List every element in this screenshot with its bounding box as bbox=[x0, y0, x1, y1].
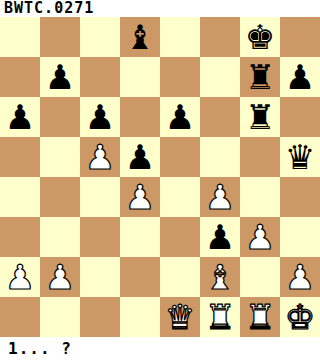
square-c5[interactable]: ♟ bbox=[80, 137, 120, 177]
square-g6[interactable]: ♜ bbox=[240, 97, 280, 137]
square-c8[interactable] bbox=[80, 17, 120, 57]
white-pawn-icon: ♟ bbox=[125, 180, 155, 214]
square-h7[interactable]: ♟ bbox=[280, 57, 320, 97]
white-pawn-icon: ♟ bbox=[205, 180, 235, 214]
square-c6[interactable]: ♟ bbox=[80, 97, 120, 137]
white-rook-icon: ♜ bbox=[245, 300, 275, 334]
square-d6[interactable] bbox=[120, 97, 160, 137]
square-c1[interactable] bbox=[80, 297, 120, 337]
white-queen-icon: ♛ bbox=[165, 300, 195, 334]
black-pawn-icon: ♟ bbox=[165, 100, 195, 134]
square-b4[interactable] bbox=[40, 177, 80, 217]
white-pawn-icon: ♟ bbox=[245, 220, 275, 254]
square-g5[interactable] bbox=[240, 137, 280, 177]
square-a5[interactable] bbox=[0, 137, 40, 177]
puzzle-id-title: BWTC.0271 bbox=[0, 0, 320, 17]
square-a1[interactable] bbox=[0, 297, 40, 337]
square-g4[interactable] bbox=[240, 177, 280, 217]
square-f3[interactable]: ♟ bbox=[200, 217, 240, 257]
square-a4[interactable] bbox=[0, 177, 40, 217]
square-g8[interactable]: ♚ bbox=[240, 17, 280, 57]
black-pawn-icon: ♟ bbox=[285, 60, 315, 94]
square-g7[interactable]: ♜ bbox=[240, 57, 280, 97]
square-a7[interactable] bbox=[0, 57, 40, 97]
white-pawn-icon: ♟ bbox=[285, 260, 315, 294]
square-b2[interactable]: ♟ bbox=[40, 257, 80, 297]
square-a8[interactable] bbox=[0, 17, 40, 57]
square-b5[interactable] bbox=[40, 137, 80, 177]
square-e4[interactable] bbox=[160, 177, 200, 217]
square-d5[interactable]: ♟ bbox=[120, 137, 160, 177]
square-b3[interactable] bbox=[40, 217, 80, 257]
square-f1[interactable]: ♜ bbox=[200, 297, 240, 337]
square-h1[interactable]: ♚ bbox=[280, 297, 320, 337]
square-e1[interactable]: ♛ bbox=[160, 297, 200, 337]
chess-board: ♝♚♟♜♟♟♟♟♜♟♟♛♟♟♟♟♟♟♝♟♛♜♜♚ bbox=[0, 17, 320, 337]
black-pawn-icon: ♟ bbox=[85, 100, 115, 134]
square-f5[interactable] bbox=[200, 137, 240, 177]
square-a3[interactable] bbox=[0, 217, 40, 257]
black-queen-icon: ♛ bbox=[285, 140, 315, 174]
square-e5[interactable] bbox=[160, 137, 200, 177]
white-king-icon: ♚ bbox=[285, 300, 315, 334]
square-h8[interactable] bbox=[280, 17, 320, 57]
white-pawn-icon: ♟ bbox=[45, 260, 75, 294]
square-e2[interactable] bbox=[160, 257, 200, 297]
square-a6[interactable]: ♟ bbox=[0, 97, 40, 137]
square-f4[interactable]: ♟ bbox=[200, 177, 240, 217]
square-e8[interactable] bbox=[160, 17, 200, 57]
square-d7[interactable] bbox=[120, 57, 160, 97]
white-rook-icon: ♜ bbox=[205, 300, 235, 334]
black-king-icon: ♚ bbox=[245, 20, 275, 54]
white-bishop-icon: ♝ bbox=[205, 260, 235, 294]
white-pawn-icon: ♟ bbox=[85, 140, 115, 174]
square-g2[interactable] bbox=[240, 257, 280, 297]
move-prompt: 1... ? bbox=[0, 337, 320, 360]
black-pawn-icon: ♟ bbox=[45, 60, 75, 94]
square-h4[interactable] bbox=[280, 177, 320, 217]
square-d8[interactable]: ♝ bbox=[120, 17, 160, 57]
black-rook-icon: ♜ bbox=[245, 100, 275, 134]
square-e3[interactable] bbox=[160, 217, 200, 257]
square-g3[interactable]: ♟ bbox=[240, 217, 280, 257]
square-h5[interactable]: ♛ bbox=[280, 137, 320, 177]
white-pawn-icon: ♟ bbox=[5, 260, 35, 294]
black-pawn-icon: ♟ bbox=[5, 100, 35, 134]
square-f2[interactable]: ♝ bbox=[200, 257, 240, 297]
square-d2[interactable] bbox=[120, 257, 160, 297]
square-f7[interactable] bbox=[200, 57, 240, 97]
square-c4[interactable] bbox=[80, 177, 120, 217]
square-c7[interactable] bbox=[80, 57, 120, 97]
black-pawn-icon: ♟ bbox=[125, 140, 155, 174]
square-f6[interactable] bbox=[200, 97, 240, 137]
square-e7[interactable] bbox=[160, 57, 200, 97]
square-d3[interactable] bbox=[120, 217, 160, 257]
black-pawn-icon: ♟ bbox=[205, 220, 235, 254]
square-b8[interactable] bbox=[40, 17, 80, 57]
square-d4[interactable]: ♟ bbox=[120, 177, 160, 217]
square-h3[interactable] bbox=[280, 217, 320, 257]
square-h2[interactable]: ♟ bbox=[280, 257, 320, 297]
chess-puzzle-app: BWTC.0271 ♝♚♟♜♟♟♟♟♜♟♟♛♟♟♟♟♟♟♝♟♛♜♜♚ 1... … bbox=[0, 0, 320, 360]
square-b6[interactable] bbox=[40, 97, 80, 137]
square-e6[interactable]: ♟ bbox=[160, 97, 200, 137]
square-b7[interactable]: ♟ bbox=[40, 57, 80, 97]
square-g1[interactable]: ♜ bbox=[240, 297, 280, 337]
black-bishop-icon: ♝ bbox=[125, 20, 155, 54]
black-rook-icon: ♜ bbox=[245, 60, 275, 94]
square-d1[interactable] bbox=[120, 297, 160, 337]
square-h6[interactable] bbox=[280, 97, 320, 137]
square-a2[interactable]: ♟ bbox=[0, 257, 40, 297]
square-f8[interactable] bbox=[200, 17, 240, 57]
square-c3[interactable] bbox=[80, 217, 120, 257]
square-b1[interactable] bbox=[40, 297, 80, 337]
square-c2[interactable] bbox=[80, 257, 120, 297]
